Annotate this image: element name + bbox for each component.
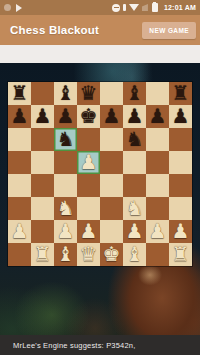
square-e4[interactable] <box>100 174 123 197</box>
engine-suggestion-text: MrLee's Engine suggests: P3542n, <box>13 341 136 350</box>
wifi-icon <box>129 4 139 11</box>
app-header: Chess Blackout NEW GAME <box>0 15 200 45</box>
square-h4[interactable] <box>169 174 192 197</box>
square-b1[interactable]: ♜ <box>31 243 54 266</box>
status-time: 12:01 AM <box>164 4 196 11</box>
square-c8[interactable]: ♝ <box>54 82 77 105</box>
square-c3[interactable]: ♞ <box>54 197 77 220</box>
square-f3[interactable]: ♞ <box>123 197 146 220</box>
network-signal-icon <box>142 4 148 11</box>
square-f7[interactable]: ♟ <box>123 105 146 128</box>
square-c4[interactable] <box>54 174 77 197</box>
notification-dot-icon <box>4 4 11 11</box>
square-g6[interactable] <box>146 128 169 151</box>
white-pawn: ♟ <box>11 220 29 243</box>
square-d5[interactable]: ♟ <box>77 151 100 174</box>
black-pawn: ♟ <box>57 105 75 128</box>
black-rook: ♜ <box>11 82 29 105</box>
play-icon <box>16 4 22 12</box>
white-knight: ♞ <box>126 197 144 220</box>
square-e1[interactable]: ♚ <box>100 243 123 266</box>
black-rook: ♜ <box>172 82 190 105</box>
square-a8[interactable]: ♜ <box>8 82 31 105</box>
square-g4[interactable] <box>146 174 169 197</box>
square-h8[interactable]: ♜ <box>169 82 192 105</box>
square-e3[interactable] <box>100 197 123 220</box>
square-g3[interactable] <box>146 197 169 220</box>
square-h6[interactable] <box>169 128 192 151</box>
square-g7[interactable]: ♟ <box>146 105 169 128</box>
square-e2[interactable] <box>100 220 123 243</box>
black-pawn: ♟ <box>172 105 190 128</box>
square-f5[interactable] <box>123 151 146 174</box>
square-c5[interactable] <box>54 151 77 174</box>
square-g5[interactable] <box>146 151 169 174</box>
black-pawn: ♟ <box>34 105 52 128</box>
square-h3[interactable] <box>169 197 192 220</box>
square-g1[interactable] <box>146 243 169 266</box>
square-b2[interactable] <box>31 220 54 243</box>
page-title: Chess Blackout <box>10 24 142 36</box>
square-f6[interactable]: ♞ <box>123 128 146 151</box>
square-b6[interactable] <box>31 128 54 151</box>
square-e6[interactable] <box>100 128 123 151</box>
battery-icon <box>152 3 158 12</box>
square-f1[interactable]: ♝ <box>123 243 146 266</box>
square-a6[interactable] <box>8 128 31 151</box>
square-g8[interactable] <box>146 82 169 105</box>
square-c6[interactable]: ♞ <box>54 128 77 151</box>
square-d6[interactable] <box>77 128 100 151</box>
square-a5[interactable] <box>8 151 31 174</box>
black-pawn: ♟ <box>11 105 29 128</box>
square-c1[interactable]: ♝ <box>54 243 77 266</box>
square-h5[interactable] <box>169 151 192 174</box>
square-f4[interactable] <box>123 174 146 197</box>
square-e8[interactable] <box>100 82 123 105</box>
white-queen: ♛ <box>80 243 98 266</box>
white-pawn: ♟ <box>57 220 75 243</box>
square-d3[interactable] <box>77 197 100 220</box>
white-pawn: ♟ <box>80 220 98 243</box>
square-h7[interactable]: ♟ <box>169 105 192 128</box>
white-pawn: ♟ <box>80 151 98 174</box>
square-a1[interactable] <box>8 243 31 266</box>
square-d7[interactable]: ♚ <box>77 105 100 128</box>
square-h1[interactable]: ♜ <box>169 243 192 266</box>
white-pawn: ♟ <box>126 220 144 243</box>
white-rook: ♜ <box>34 243 52 266</box>
square-g2[interactable]: ♟ <box>146 220 169 243</box>
square-c7[interactable]: ♟ <box>54 105 77 128</box>
square-c2[interactable]: ♟ <box>54 220 77 243</box>
square-e5[interactable] <box>100 151 123 174</box>
header-gap-strip <box>0 45 200 63</box>
square-e7[interactable]: ♟ <box>100 105 123 128</box>
white-king: ♚ <box>103 243 121 266</box>
square-b8[interactable] <box>31 82 54 105</box>
status-bar-left <box>4 4 112 12</box>
black-bishop: ♝ <box>57 82 75 105</box>
black-queen: ♛ <box>80 82 98 105</box>
square-b5[interactable] <box>31 151 54 174</box>
square-f8[interactable]: ♝ <box>123 82 146 105</box>
square-a2[interactable]: ♟ <box>8 220 31 243</box>
black-king: ♚ <box>80 105 98 128</box>
square-d1[interactable]: ♛ <box>77 243 100 266</box>
chess-board[interactable]: ♜♝♛♝♜♟♟♟♚♟♟♟♟♞♞♟♞♞♟♟♟♟♟♟♜♝♛♚♝♜ <box>8 82 192 266</box>
square-b7[interactable]: ♟ <box>31 105 54 128</box>
square-b3[interactable] <box>31 197 54 220</box>
black-knight: ♞ <box>126 128 144 151</box>
square-b4[interactable] <box>31 174 54 197</box>
do-not-disturb-icon <box>112 4 120 12</box>
status-bar-right: 12:01 AM <box>112 3 196 12</box>
square-d8[interactable]: ♛ <box>77 82 100 105</box>
white-bishop: ♝ <box>126 243 144 266</box>
square-d2[interactable]: ♟ <box>77 220 100 243</box>
white-knight: ♞ <box>57 197 75 220</box>
status-bar: 12:01 AM <box>0 0 200 15</box>
new-game-button[interactable]: NEW GAME <box>142 22 196 39</box>
black-pawn: ♟ <box>149 105 167 128</box>
black-pawn: ♟ <box>103 105 121 128</box>
black-bishop: ♝ <box>126 82 144 105</box>
white-pawn: ♟ <box>149 220 167 243</box>
square-d4[interactable] <box>77 174 100 197</box>
app-screen: 12:01 AM Chess Blackout NEW GAME ♜♝♛♝♜♟♟… <box>0 0 200 355</box>
white-bishop: ♝ <box>57 243 75 266</box>
square-a4[interactable] <box>8 174 31 197</box>
square-f2[interactable]: ♟ <box>123 220 146 243</box>
engine-suggestion-bar: MrLee's Engine suggests: P3542n, <box>0 335 200 355</box>
square-a3[interactable] <box>8 197 31 220</box>
square-a7[interactable]: ♟ <box>8 105 31 128</box>
black-knight: ♞ <box>57 128 75 151</box>
square-h2[interactable]: ♟ <box>169 220 192 243</box>
white-pawn: ♟ <box>172 220 190 243</box>
black-pawn: ♟ <box>126 105 144 128</box>
key-icon <box>123 4 126 11</box>
white-rook: ♜ <box>172 243 190 266</box>
